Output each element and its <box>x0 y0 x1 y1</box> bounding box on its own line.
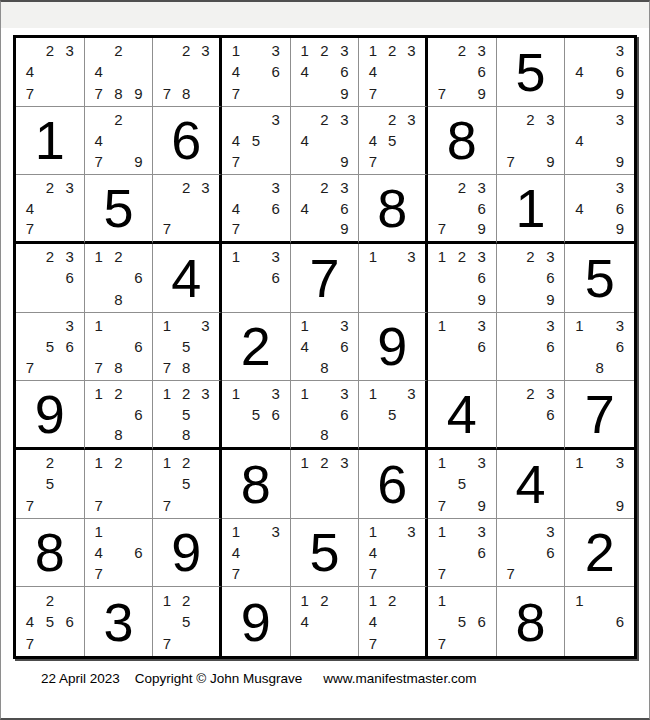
empty-mark-slot <box>20 246 40 267</box>
pencil-marks: 1257 <box>157 452 215 516</box>
cell-r1c4[interactable]: 13467 <box>222 38 291 107</box>
cell-r6c5[interactable]: 1368 <box>291 381 360 450</box>
empty-mark-slot <box>501 542 521 563</box>
empty-mark-slot <box>128 357 148 378</box>
candidate-digit: 7 <box>157 82 176 103</box>
empty-mark-slot <box>402 61 421 82</box>
empty-mark-slot <box>402 288 421 309</box>
empty-mark-slot <box>196 61 215 82</box>
empty-mark-slot <box>383 82 402 103</box>
candidate-digit: 2 <box>315 452 335 473</box>
cell-r4c7[interactable]: 12369 <box>428 244 497 313</box>
footer-website: www.manifestmaster.com <box>323 671 476 686</box>
pencil-marks: 16 <box>569 589 630 654</box>
empty-mark-slot <box>521 424 541 445</box>
candidate-digit: 6 <box>266 404 286 425</box>
empty-mark-slot <box>501 521 521 542</box>
candidate-digit: 7 <box>226 82 246 103</box>
cell-r2c7[interactable]: 8 <box>428 107 497 176</box>
pencil-marks: 1368 <box>569 315 630 379</box>
cell-r4c1[interactable]: 236 <box>16 244 85 313</box>
empty-mark-slot <box>246 82 266 103</box>
empty-mark-slot <box>266 288 286 309</box>
empty-mark-slot <box>501 246 521 267</box>
cell-r6c7[interactable]: 4 <box>428 381 497 450</box>
cell-r9c2[interactable]: 3 <box>85 587 154 656</box>
cell-r6c3[interactable]: 12358 <box>153 381 222 450</box>
empty-mark-slot <box>452 315 472 336</box>
empty-mark-slot <box>246 383 266 404</box>
empty-mark-slot <box>452 357 472 378</box>
candidate-digit: 2 <box>383 40 402 61</box>
empty-mark-slot <box>157 336 176 357</box>
cell-r8c8[interactable]: 367 <box>497 519 566 588</box>
cell-r3c3[interactable]: 237 <box>153 175 222 244</box>
candidate-digit: 1 <box>432 452 452 473</box>
window-titlebar <box>1 2 649 28</box>
cell-r3c7[interactable]: 23679 <box>428 175 497 244</box>
cell-r9c9[interactable]: 16 <box>565 587 634 656</box>
candidate-digit: 1 <box>89 521 109 542</box>
empty-mark-slot <box>569 632 589 654</box>
pencil-marks: 2378 <box>157 40 215 104</box>
pencil-marks: 236 <box>20 246 80 310</box>
empty-mark-slot <box>60 452 80 473</box>
cell-r2c6[interactable]: 23457 <box>359 107 428 176</box>
empty-mark-slot <box>266 218 286 239</box>
empty-mark-slot <box>20 40 40 61</box>
solved-digit: 8 <box>16 519 84 587</box>
empty-mark-slot <box>402 82 421 103</box>
pencil-marks: 139 <box>569 452 630 516</box>
candidate-digit: 1 <box>89 383 109 404</box>
empty-mark-slot <box>452 494 472 515</box>
pencil-marks: 3567 <box>20 315 80 379</box>
candidate-digit: 5 <box>177 404 196 425</box>
empty-mark-slot <box>60 632 80 654</box>
solved-digit: 9 <box>359 313 425 381</box>
cell-r7c7[interactable]: 13579 <box>428 450 497 519</box>
candidate-digit: 4 <box>363 61 382 82</box>
candidate-digit: 2 <box>40 452 60 473</box>
empty-mark-slot <box>452 542 472 563</box>
cell-r5c1[interactable]: 3567 <box>16 313 85 382</box>
candidate-digit: 4 <box>363 542 382 563</box>
cell-r2c4[interactable]: 3457 <box>222 107 291 176</box>
empty-mark-slot <box>226 177 246 198</box>
cell-r9c8[interactable]: 8 <box>497 587 566 656</box>
cell-r1c3[interactable]: 2378 <box>153 38 222 107</box>
cell-r2c1[interactable]: 1 <box>16 107 85 176</box>
candidate-digit: 4 <box>295 61 315 82</box>
empty-mark-slot <box>266 563 286 584</box>
candidate-digit: 9 <box>128 151 148 172</box>
cell-r2c3[interactable]: 6 <box>153 107 222 176</box>
cell-r9c6[interactable]: 1247 <box>359 587 428 656</box>
candidate-digit: 9 <box>540 151 560 172</box>
candidate-digit: 4 <box>295 611 315 633</box>
cell-r8c1[interactable]: 8 <box>16 519 85 588</box>
empty-mark-slot <box>315 473 335 494</box>
candidate-digit: 5 <box>452 473 472 494</box>
cell-r6c8[interactable]: 236 <box>497 381 566 450</box>
empty-mark-slot <box>295 177 315 198</box>
cell-r1c5[interactable]: 123469 <box>291 38 360 107</box>
empty-mark-slot <box>452 563 472 584</box>
candidate-digit: 5 <box>383 404 402 425</box>
empty-mark-slot <box>266 424 286 445</box>
candidate-digit: 9 <box>334 82 354 103</box>
cell-r6c4[interactable]: 1356 <box>222 381 291 450</box>
cell-r3c4[interactable]: 3467 <box>222 175 291 244</box>
cell-r7c4[interactable]: 8 <box>222 450 291 519</box>
empty-mark-slot <box>569 357 589 378</box>
empty-mark-slot <box>226 288 246 309</box>
cell-r3c5[interactable]: 23469 <box>291 175 360 244</box>
cell-r3c1[interactable]: 2347 <box>16 175 85 244</box>
cell-r5c4[interactable]: 2 <box>222 313 291 382</box>
empty-mark-slot <box>315 404 335 425</box>
empty-mark-slot <box>295 494 315 515</box>
candidate-digit: 6 <box>472 61 492 82</box>
pencil-marks: 2369 <box>501 246 561 310</box>
candidate-digit: 1 <box>432 589 452 611</box>
cell-r6c9[interactable]: 7 <box>565 381 634 450</box>
candidate-digit: 8 <box>109 357 129 378</box>
empty-mark-slot <box>128 61 148 82</box>
empty-mark-slot <box>315 336 335 357</box>
cell-r4c8[interactable]: 2369 <box>497 244 566 313</box>
cell-r5c9[interactable]: 1368 <box>565 313 634 382</box>
candidate-digit: 3 <box>334 452 354 473</box>
pencil-marks: 2347 <box>20 177 80 239</box>
empty-mark-slot <box>452 452 472 473</box>
cell-r6c6[interactable]: 135 <box>359 381 428 450</box>
empty-mark-slot <box>315 611 335 633</box>
cell-r2c8[interactable]: 2379 <box>497 107 566 176</box>
cell-r5c6[interactable]: 9 <box>359 313 428 382</box>
pencil-marks: 3467 <box>226 177 286 239</box>
empty-mark-slot <box>432 177 452 198</box>
candidate-digit: 4 <box>569 198 589 219</box>
solved-digit: 8 <box>428 107 496 175</box>
candidate-digit: 8 <box>109 424 129 445</box>
cell-r9c1[interactable]: 24567 <box>16 587 85 656</box>
cell-r7c8[interactable]: 4 <box>497 450 566 519</box>
candidate-digit: 1 <box>295 40 315 61</box>
empty-mark-slot <box>501 109 521 130</box>
empty-mark-slot <box>20 473 40 494</box>
candidate-digit: 9 <box>610 151 630 172</box>
candidate-digit: 7 <box>432 632 452 654</box>
cell-r1c8[interactable]: 5 <box>497 38 566 107</box>
empty-mark-slot <box>266 151 286 172</box>
empty-mark-slot <box>432 198 452 219</box>
empty-mark-slot <box>128 473 148 494</box>
pencil-marks: 367 <box>501 521 561 585</box>
empty-mark-slot <box>569 473 589 494</box>
pencil-marks: 2479 <box>89 109 149 173</box>
candidate-digit: 6 <box>540 336 560 357</box>
candidate-digit: 6 <box>60 336 80 357</box>
cell-r8c6[interactable]: 1347 <box>359 519 428 588</box>
candidate-digit: 2 <box>521 383 541 404</box>
cell-r5c7[interactable]: 136 <box>428 313 497 382</box>
empty-mark-slot <box>20 288 40 309</box>
candidate-digit: 3 <box>266 177 286 198</box>
candidate-digit: 1 <box>363 246 382 267</box>
empty-mark-slot <box>246 40 266 61</box>
cell-r3c6[interactable]: 8 <box>359 175 428 244</box>
empty-mark-slot <box>569 82 589 103</box>
empty-mark-slot <box>128 288 148 309</box>
pencil-marks: 13467 <box>226 40 286 104</box>
candidate-digit: 7 <box>20 218 40 239</box>
cell-r5c2[interactable]: 1678 <box>85 313 154 382</box>
candidate-digit: 2 <box>109 40 129 61</box>
cell-r2c9[interactable]: 349 <box>565 107 634 176</box>
pencil-marks: 2379 <box>501 109 561 173</box>
cell-r4c5[interactable]: 7 <box>291 244 360 313</box>
empty-mark-slot <box>246 542 266 563</box>
empty-mark-slot <box>315 61 335 82</box>
cell-r1c2[interactable]: 24789 <box>85 38 154 107</box>
candidate-digit: 2 <box>40 589 60 611</box>
candidate-digit: 3 <box>266 109 286 130</box>
candidate-digit: 3 <box>610 109 630 130</box>
pencil-marks: 3457 <box>226 109 286 173</box>
candidate-digit: 2 <box>315 589 335 611</box>
cell-r4c4[interactable]: 136 <box>222 244 291 313</box>
cell-r8c7[interactable]: 1367 <box>428 519 497 588</box>
candidate-digit: 7 <box>363 151 382 172</box>
cell-r7c5[interactable]: 123 <box>291 450 360 519</box>
empty-mark-slot <box>20 315 40 336</box>
cell-r4c9[interactable]: 5 <box>565 244 634 313</box>
empty-mark-slot <box>109 151 129 172</box>
candidate-digit: 1 <box>295 452 315 473</box>
empty-mark-slot <box>128 130 148 151</box>
cell-r7c9[interactable]: 139 <box>565 450 634 519</box>
empty-mark-slot <box>226 424 246 445</box>
empty-mark-slot <box>89 288 109 309</box>
cell-r8c3[interactable]: 9 <box>153 519 222 588</box>
empty-mark-slot <box>295 357 315 378</box>
empty-mark-slot <box>40 198 60 219</box>
candidate-digit: 1 <box>226 246 246 267</box>
candidate-digit: 8 <box>109 82 129 103</box>
cell-r1c1[interactable]: 2347 <box>16 38 85 107</box>
empty-mark-slot <box>109 404 129 425</box>
candidate-digit: 6 <box>540 542 560 563</box>
empty-mark-slot <box>590 473 610 494</box>
empty-mark-slot <box>610 357 630 378</box>
empty-mark-slot <box>383 424 402 445</box>
candidate-digit: 6 <box>540 404 560 425</box>
cell-r7c6[interactable]: 6 <box>359 450 428 519</box>
candidate-digit: 3 <box>540 246 560 267</box>
candidate-digit: 7 <box>226 218 246 239</box>
empty-mark-slot <box>452 521 472 542</box>
empty-mark-slot <box>590 589 610 611</box>
cell-r7c2[interactable]: 127 <box>85 450 154 519</box>
candidate-digit: 7 <box>157 218 176 239</box>
empty-mark-slot <box>196 611 215 633</box>
empty-mark-slot <box>501 357 521 378</box>
empty-mark-slot <box>20 336 40 357</box>
empty-mark-slot <box>246 61 266 82</box>
solved-digit: 2 <box>222 313 290 381</box>
empty-mark-slot <box>383 383 402 404</box>
empty-mark-slot <box>128 40 148 61</box>
candidate-digit: 6 <box>610 611 630 633</box>
candidate-digit: 3 <box>402 40 421 61</box>
empty-mark-slot <box>452 632 472 654</box>
cell-r7c3[interactable]: 1257 <box>153 450 222 519</box>
solved-digit: 8 <box>359 175 425 241</box>
cell-r3c8[interactable]: 1 <box>497 175 566 244</box>
candidate-digit: 8 <box>590 357 610 378</box>
candidate-digit: 2 <box>177 177 196 198</box>
cell-r5c8[interactable]: 36 <box>497 313 566 382</box>
candidate-digit: 3 <box>610 315 630 336</box>
empty-mark-slot <box>569 494 589 515</box>
pencil-marks: 1567 <box>432 589 492 654</box>
empty-mark-slot <box>590 82 610 103</box>
empty-mark-slot <box>501 288 521 309</box>
empty-mark-slot <box>128 563 148 584</box>
pencil-marks: 237 <box>157 177 215 239</box>
empty-mark-slot <box>315 494 335 515</box>
empty-mark-slot <box>295 404 315 425</box>
pencil-marks: 23679 <box>432 40 492 104</box>
cell-r3c2[interactable]: 5 <box>85 175 154 244</box>
candidate-digit: 5 <box>246 130 266 151</box>
empty-mark-slot <box>246 177 266 198</box>
solved-digit: 5 <box>497 38 565 106</box>
empty-mark-slot <box>128 109 148 130</box>
candidate-digit: 7 <box>20 82 40 103</box>
cell-r4c3[interactable]: 4 <box>153 244 222 313</box>
empty-mark-slot <box>177 494 196 515</box>
cell-r3c9[interactable]: 3469 <box>565 175 634 244</box>
cell-r9c3[interactable]: 1257 <box>153 587 222 656</box>
empty-mark-slot <box>590 315 610 336</box>
empty-mark-slot <box>521 542 541 563</box>
solved-digit: 8 <box>222 450 290 518</box>
cell-r2c2[interactable]: 2479 <box>85 107 154 176</box>
candidate-digit: 6 <box>334 404 354 425</box>
candidate-digit: 3 <box>60 246 80 267</box>
cell-r8c4[interactable]: 1347 <box>222 519 291 588</box>
empty-mark-slot <box>20 267 40 288</box>
empty-mark-slot <box>60 288 80 309</box>
cell-r6c2[interactable]: 1268 <box>85 381 154 450</box>
candidate-digit: 7 <box>226 563 246 584</box>
cell-r9c5[interactable]: 124 <box>291 587 360 656</box>
cell-r8c9[interactable]: 2 <box>565 519 634 588</box>
cell-r2c5[interactable]: 2349 <box>291 107 360 176</box>
candidate-digit: 6 <box>266 267 286 288</box>
cell-r7c1[interactable]: 257 <box>16 450 85 519</box>
cell-r5c5[interactable]: 13468 <box>291 313 360 382</box>
empty-mark-slot <box>501 130 521 151</box>
candidate-digit: 3 <box>540 521 560 542</box>
candidate-digit: 1 <box>295 383 315 404</box>
candidate-digit: 4 <box>363 130 382 151</box>
candidate-digit: 2 <box>521 246 541 267</box>
empty-mark-slot <box>334 632 354 654</box>
cell-r4c6[interactable]: 13 <box>359 244 428 313</box>
empty-mark-slot <box>60 473 80 494</box>
empty-mark-slot <box>569 611 589 633</box>
empty-mark-slot <box>295 218 315 239</box>
candidate-digit: 4 <box>363 611 382 633</box>
empty-mark-slot <box>383 563 402 584</box>
empty-mark-slot <box>472 473 492 494</box>
empty-mark-slot <box>383 151 402 172</box>
cell-r8c2[interactable]: 1467 <box>85 519 154 588</box>
empty-mark-slot <box>590 336 610 357</box>
cell-r6c1[interactable]: 9 <box>16 381 85 450</box>
candidate-digit: 3 <box>610 40 630 61</box>
candidate-digit: 7 <box>157 632 176 654</box>
empty-mark-slot <box>590 494 610 515</box>
empty-mark-slot <box>40 632 60 654</box>
candidate-digit: 4 <box>89 61 109 82</box>
candidate-digit: 3 <box>60 315 80 336</box>
empty-mark-slot <box>402 611 421 633</box>
empty-mark-slot <box>590 198 610 219</box>
candidate-digit: 4 <box>295 198 315 219</box>
candidate-digit: 8 <box>315 424 335 445</box>
pencil-marks: 1268 <box>89 383 149 445</box>
cell-r1c9[interactable]: 3469 <box>565 38 634 107</box>
empty-mark-slot <box>590 452 610 473</box>
candidate-digit: 4 <box>569 61 589 82</box>
empty-mark-slot <box>521 288 541 309</box>
cell-r5c3[interactable]: 13578 <box>153 313 222 382</box>
pencil-marks: 36 <box>501 315 561 379</box>
candidate-digit: 2 <box>177 383 196 404</box>
empty-mark-slot <box>540 424 560 445</box>
empty-mark-slot <box>569 151 589 172</box>
candidate-digit: 1 <box>363 383 382 404</box>
cell-r1c7[interactable]: 23679 <box>428 38 497 107</box>
empty-mark-slot <box>432 267 452 288</box>
cell-r1c6[interactable]: 12347 <box>359 38 428 107</box>
cell-r9c7[interactable]: 1567 <box>428 587 497 656</box>
empty-mark-slot <box>246 109 266 130</box>
empty-mark-slot <box>177 61 196 82</box>
pencil-marks: 136 <box>226 246 286 310</box>
empty-mark-slot <box>157 61 176 82</box>
candidate-digit: 3 <box>402 246 421 267</box>
candidate-digit: 3 <box>334 109 354 130</box>
candidate-digit: 3 <box>472 452 492 473</box>
cell-r9c4[interactable]: 9 <box>222 587 291 656</box>
candidate-digit: 6 <box>610 61 630 82</box>
empty-mark-slot <box>196 198 215 219</box>
empty-mark-slot <box>402 563 421 584</box>
solved-digit: 6 <box>359 450 425 518</box>
candidate-digit: 6 <box>540 267 560 288</box>
cell-r4c2[interactable]: 1268 <box>85 244 154 313</box>
candidate-digit: 5 <box>177 473 196 494</box>
cell-r8c5[interactable]: 5 <box>291 519 360 588</box>
candidate-digit: 1 <box>363 40 382 61</box>
empty-mark-slot <box>89 404 109 425</box>
